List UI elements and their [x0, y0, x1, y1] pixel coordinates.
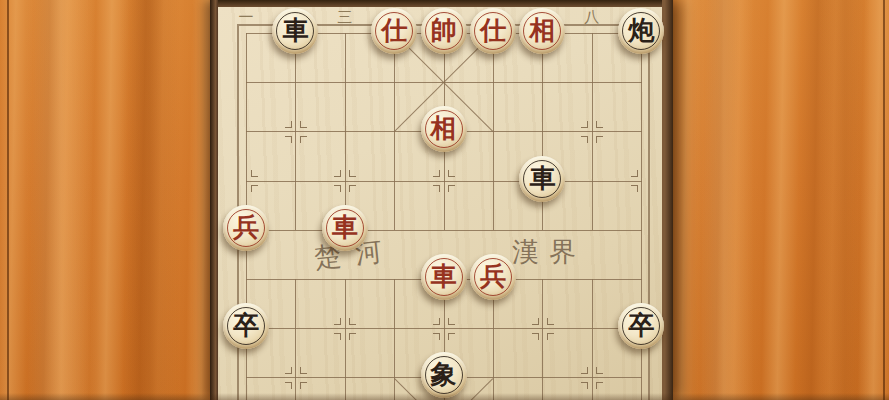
piece-glyph: 炮 [628, 17, 654, 43]
piece-glyph: 車 [529, 165, 555, 191]
xiangqi-piece-red[interactable]: 仕 [371, 8, 417, 54]
piece-glyph: 兵 [233, 214, 259, 240]
wood-plank-seam [883, 0, 885, 400]
river-text-right: 漢界 [512, 234, 586, 270]
board-frame-right [662, 0, 673, 400]
xiangqi-piece-black[interactable]: 象 [421, 352, 467, 398]
xiangqi-piece-red[interactable]: 相 [421, 106, 467, 152]
piece-glyph: 帥 [431, 17, 457, 43]
xiangqi-piece-red[interactable]: 車 [421, 254, 467, 300]
wood-grain-shadow [120, 0, 180, 400]
xiangqi-piece-red[interactable]: 兵 [223, 205, 269, 251]
piece-glyph: 車 [282, 17, 308, 43]
board-frame-left [210, 0, 218, 400]
file-label: 一 [239, 8, 254, 27]
piece-glyph: 仕 [381, 17, 407, 43]
board-frame-top [210, 0, 673, 7]
piece-glyph: 卒 [628, 312, 654, 338]
piece-glyph: 車 [332, 214, 358, 240]
wood-grain-highlight [694, 0, 754, 400]
piece-glyph: 象 [431, 361, 457, 387]
piece-glyph: 卒 [233, 312, 259, 338]
wood-grain-shadow [820, 0, 870, 400]
piece-glyph: 相 [529, 17, 555, 43]
wood-grain-highlight [26, 0, 96, 400]
file-label: 三 [337, 8, 352, 27]
board-surface[interactable] [218, 7, 662, 400]
xiangqi-piece-red[interactable]: 帥 [421, 8, 467, 54]
piece-glyph: 車 [431, 263, 457, 289]
piece-glyph: 兵 [480, 263, 506, 289]
xiangqi-piece-black[interactable]: 炮 [618, 8, 664, 54]
xiangqi-piece-red[interactable]: 車 [322, 205, 368, 251]
xiangqi-board[interactable]: 一三八 楚河 漢界 車仕帥仕相炮相車兵車車兵卒卒象 [210, 0, 673, 400]
wood-plank-seam [7, 0, 9, 400]
xiangqi-piece-black[interactable]: 車 [519, 156, 565, 202]
piece-glyph: 仕 [480, 17, 506, 43]
piece-glyph: 相 [431, 115, 457, 141]
xiangqi-piece-black[interactable]: 卒 [223, 303, 269, 349]
xiangqi-piece-red[interactable]: 兵 [470, 254, 516, 300]
file-label: 八 [584, 8, 599, 27]
xiangqi-piece-red[interactable]: 仕 [470, 8, 516, 54]
